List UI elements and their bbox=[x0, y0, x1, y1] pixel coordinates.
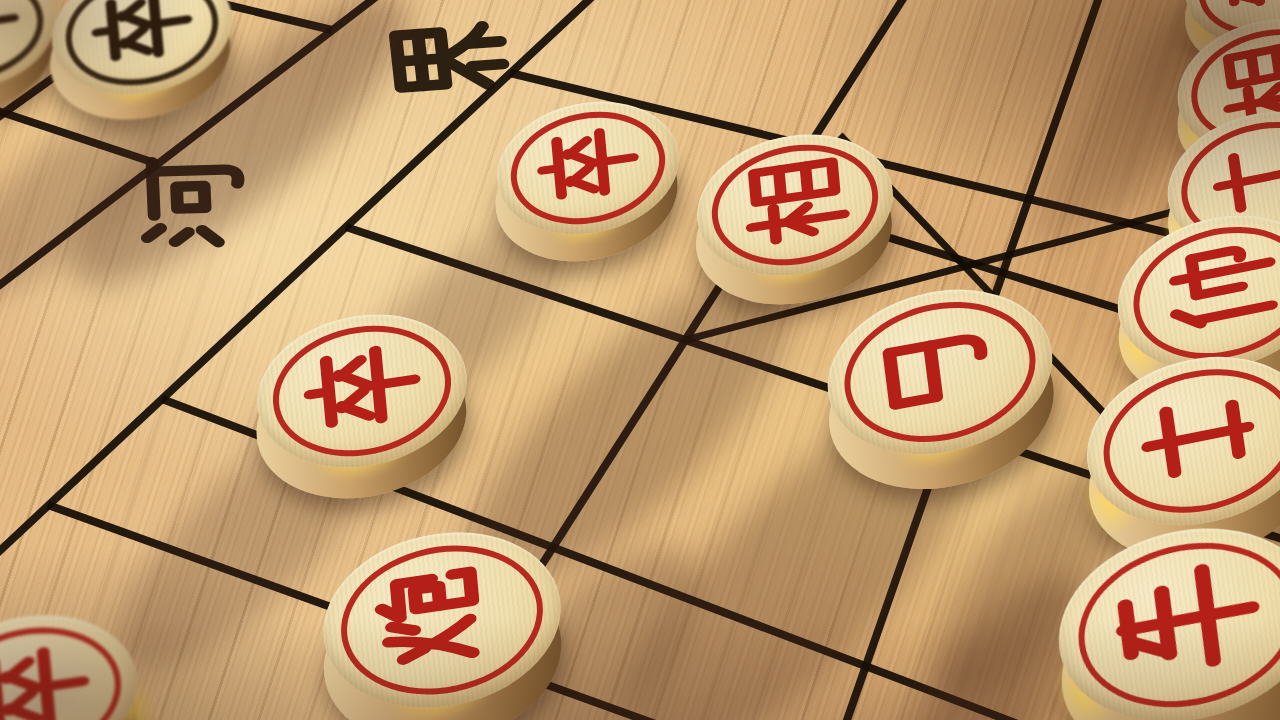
piece-character-相 bbox=[733, 150, 854, 252]
piece-character-炮 bbox=[368, 554, 515, 677]
xiangqi-scene bbox=[0, 0, 1280, 720]
piece-character-卒 bbox=[531, 117, 644, 212]
piece-character-卒 bbox=[0, 634, 95, 720]
piece-character-卒 bbox=[296, 332, 426, 441]
